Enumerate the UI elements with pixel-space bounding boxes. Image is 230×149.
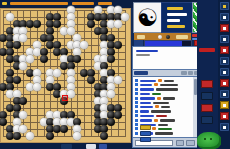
- chat-message-row: [135, 79, 191, 82]
- white-stone: [114, 20, 122, 28]
- black-stone: [46, 132, 54, 140]
- yinyang-icon: ☯: [137, 4, 159, 31]
- white-stone: [19, 111, 27, 119]
- rank-badge-icon: [154, 83, 158, 86]
- chat-message-row: [135, 119, 191, 122]
- white-stone: [80, 41, 88, 49]
- message-line: [136, 50, 158, 52]
- black-stone: [19, 97, 27, 105]
- user-icon: [135, 123, 138, 126]
- player-info-line: [167, 19, 180, 22]
- chat-username: [140, 93, 150, 96]
- user-icon: [135, 110, 138, 113]
- toolbar-button[interactable]: [134, 71, 148, 75]
- tool-glyph-icon: [223, 16, 226, 19]
- user-icon: [135, 114, 138, 117]
- black-stone: [87, 20, 95, 28]
- user-icon: [135, 83, 138, 86]
- rank-badge-icon: [154, 119, 158, 122]
- user-icon: [135, 127, 138, 130]
- black-stone: [60, 125, 68, 133]
- sidebar-tool-button[interactable]: [220, 112, 229, 120]
- white-stone: [26, 132, 34, 140]
- chat-username: [140, 102, 151, 105]
- player-info-line: [167, 25, 185, 28]
- sidebar-tool-button[interactable]: [220, 13, 229, 21]
- gutter-button[interactable]: [201, 80, 213, 88]
- black-stone: [13, 132, 21, 140]
- toolbar-button[interactable]: [181, 71, 187, 75]
- white-stone: [114, 76, 122, 84]
- black-stone: [33, 20, 41, 28]
- black-player-avatar[interactable]: ☯: [134, 3, 161, 32]
- game-info-box: [162, 3, 192, 32]
- message-line: [136, 54, 150, 56]
- window-title-text: [72, 2, 94, 5]
- rank-badge-icon: [152, 127, 156, 130]
- white-stone: [107, 90, 115, 98]
- right-toolbar: [218, 0, 230, 149]
- white-stone: [6, 13, 14, 21]
- black-stone: [53, 20, 61, 28]
- tool-glyph-icon: [223, 126, 226, 129]
- star-point: [63, 73, 65, 75]
- chat-message-text: [155, 132, 173, 135]
- room-label: [199, 48, 215, 52]
- black-stone: [100, 132, 108, 140]
- rank-badge-icon: [158, 79, 162, 82]
- chat-username: [140, 110, 149, 113]
- player-info-line: [167, 7, 183, 10]
- sidebar-tool-button[interactable]: [220, 2, 229, 10]
- chat-toolbar: [133, 70, 197, 76]
- black-stone: [107, 118, 115, 126]
- chat-message-text: [164, 80, 174, 83]
- user-icon: [135, 105, 138, 108]
- last-move-marker: [62, 95, 68, 101]
- sidebar-tool-button[interactable]: [220, 46, 229, 54]
- black-stone: [13, 41, 21, 49]
- mascot-icon[interactable]: [197, 132, 221, 149]
- white-stone: [67, 27, 75, 35]
- user-icon: [135, 132, 138, 135]
- player-info-line: [167, 13, 187, 16]
- chat-message-row: [135, 97, 191, 100]
- window-title-text: [10, 2, 68, 5]
- white-stone: [19, 62, 27, 70]
- sidebar-tool-button[interactable]: [220, 57, 229, 65]
- chat-message-text: [161, 106, 170, 109]
- tool-glyph-icon: [223, 104, 226, 107]
- tool-glyph-icon: [223, 38, 226, 41]
- chat-username: [140, 80, 156, 83]
- black-stone: [40, 55, 48, 63]
- chat-username: [140, 97, 155, 100]
- gutter-button[interactable]: [201, 92, 213, 100]
- chat-username: [140, 106, 153, 109]
- game-message-panel: [133, 47, 197, 69]
- chat-username: [140, 88, 154, 91]
- black-stone: [0, 118, 7, 126]
- sidebar-tool-button[interactable]: [220, 24, 229, 32]
- time-progress-bar: [145, 41, 191, 46]
- bottom-button[interactable]: [61, 144, 72, 149]
- sidebar-tool-button[interactable]: [220, 90, 229, 98]
- black-captures-count: [137, 35, 145, 39]
- star-point: [23, 73, 25, 75]
- captures-band: [134, 33, 191, 40]
- tool-glyph-icon: [223, 93, 226, 96]
- black-stone: [107, 55, 115, 63]
- black-stone: [87, 76, 95, 84]
- chat-message-text: [160, 84, 178, 87]
- chat-username: [140, 84, 152, 87]
- chat-message-text: [156, 115, 167, 118]
- sidebar-tool-button[interactable]: [220, 101, 229, 109]
- black-stone: [13, 76, 21, 84]
- panel-side-button[interactable]: [140, 131, 151, 136]
- right-gutter: [197, 0, 218, 149]
- black-stone: [73, 55, 81, 63]
- gutter-button[interactable]: [201, 104, 213, 112]
- chat-message-text: [151, 110, 171, 113]
- app-icon: [2, 2, 7, 5]
- tool-glyph-icon: [223, 60, 226, 63]
- white-stone: [33, 83, 41, 91]
- toolbar-button[interactable]: [188, 71, 193, 75]
- time-progress-fill: [145, 41, 182, 46]
- white-stone: [121, 13, 129, 21]
- tool-glyph-icon: [223, 71, 226, 74]
- rank-badge-icon: [155, 105, 159, 108]
- tool-glyph-icon: [223, 49, 226, 52]
- chat-message-row: [135, 105, 191, 108]
- chat-username: [140, 119, 152, 122]
- rank-badge-icon: [157, 97, 161, 100]
- white-stone: [19, 125, 27, 133]
- user-icon: [135, 88, 138, 91]
- panel-side-button[interactable]: [140, 137, 151, 142]
- user-icon: [135, 101, 138, 104]
- go-board[interactable]: [0, 8, 131, 143]
- tool-glyph-icon: [223, 115, 226, 118]
- white-stone: [19, 34, 27, 42]
- chat-message-row: [135, 101, 191, 104]
- bottom-button[interactable]: [86, 144, 96, 149]
- white-captures-count: [176, 35, 188, 39]
- white-stone: [26, 55, 34, 63]
- chat-message-text: [152, 93, 161, 96]
- gutter-button[interactable]: [201, 116, 213, 124]
- sidebar-tool-button[interactable]: [220, 79, 229, 87]
- user-icon: [135, 97, 138, 100]
- sidebar-tool-button[interactable]: [220, 123, 229, 131]
- chat-message-row: [135, 110, 191, 113]
- panel-side-button[interactable]: [140, 125, 151, 130]
- black-stone: [114, 111, 122, 119]
- chat-message-text: [153, 102, 169, 105]
- white-stone: [73, 132, 81, 140]
- sidebar-tool-button[interactable]: [220, 35, 229, 43]
- user-icon: [135, 79, 138, 82]
- tool-glyph-icon: [223, 82, 226, 85]
- emote-button[interactable]: [186, 140, 195, 146]
- user-icon: [135, 92, 138, 95]
- chat-message-text: [163, 97, 175, 100]
- chat-message-text: [158, 128, 172, 131]
- time-label: [134, 40, 143, 46]
- chat-message-row: [135, 114, 191, 117]
- chat-message-text: [158, 124, 168, 127]
- sidebar-tool-button[interactable]: [220, 68, 229, 76]
- chat-message-row: [135, 83, 191, 86]
- white-stone: [53, 69, 61, 77]
- chat-message-text: [156, 88, 178, 91]
- go-client-window: ☯: [0, 0, 230, 149]
- tool-glyph-icon: [223, 5, 226, 8]
- chat-message-row: [135, 88, 191, 91]
- send-button[interactable]: [176, 140, 184, 146]
- window-title-text: [98, 2, 112, 5]
- user-icon: [135, 119, 138, 122]
- bottom-button[interactable]: [99, 144, 107, 149]
- tool-glyph-icon: [223, 27, 226, 30]
- white-stone-icon: [158, 35, 162, 39]
- black-stone: [114, 41, 122, 49]
- chat-message-row: [135, 92, 191, 95]
- chat-message-text: [160, 119, 175, 122]
- chat-username: [140, 115, 154, 118]
- black-stone-icon: [166, 35, 170, 39]
